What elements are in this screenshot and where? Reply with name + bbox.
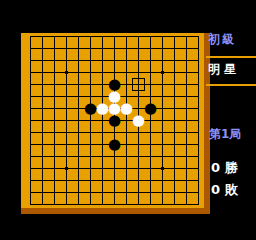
white-stone: ●: [132, 114, 144, 126]
wins-row: 0勝: [211, 159, 238, 177]
black-stone: ●: [144, 102, 156, 114]
separator-line-top: [206, 56, 256, 58]
board-cursor[interactable]: [132, 78, 145, 91]
black-stone: ●: [108, 138, 120, 150]
white-stone: ●: [120, 102, 132, 114]
game-number-label: 第1局: [209, 126, 241, 143]
wins-label: 勝: [225, 160, 238, 175]
game-screen: 初級 明星 第1局 0勝 0敗 ●●●●●●●●●●: [0, 0, 256, 240]
separator-line-bottom: [206, 84, 256, 86]
losses-count: 0: [211, 182, 225, 197]
star-point: [161, 167, 164, 170]
losses-row: 0敗: [211, 181, 238, 199]
star-point: [65, 167, 68, 170]
opponent-name: 明星: [208, 61, 240, 78]
level-label: 初級: [208, 31, 236, 48]
star-point: [161, 71, 164, 74]
star-point: [65, 71, 68, 74]
black-stone: ●: [84, 102, 96, 114]
white-stone: ●: [96, 102, 108, 114]
wins-count: 0: [211, 160, 225, 175]
black-stone: ●: [108, 114, 120, 126]
losses-label: 敗: [225, 182, 238, 197]
